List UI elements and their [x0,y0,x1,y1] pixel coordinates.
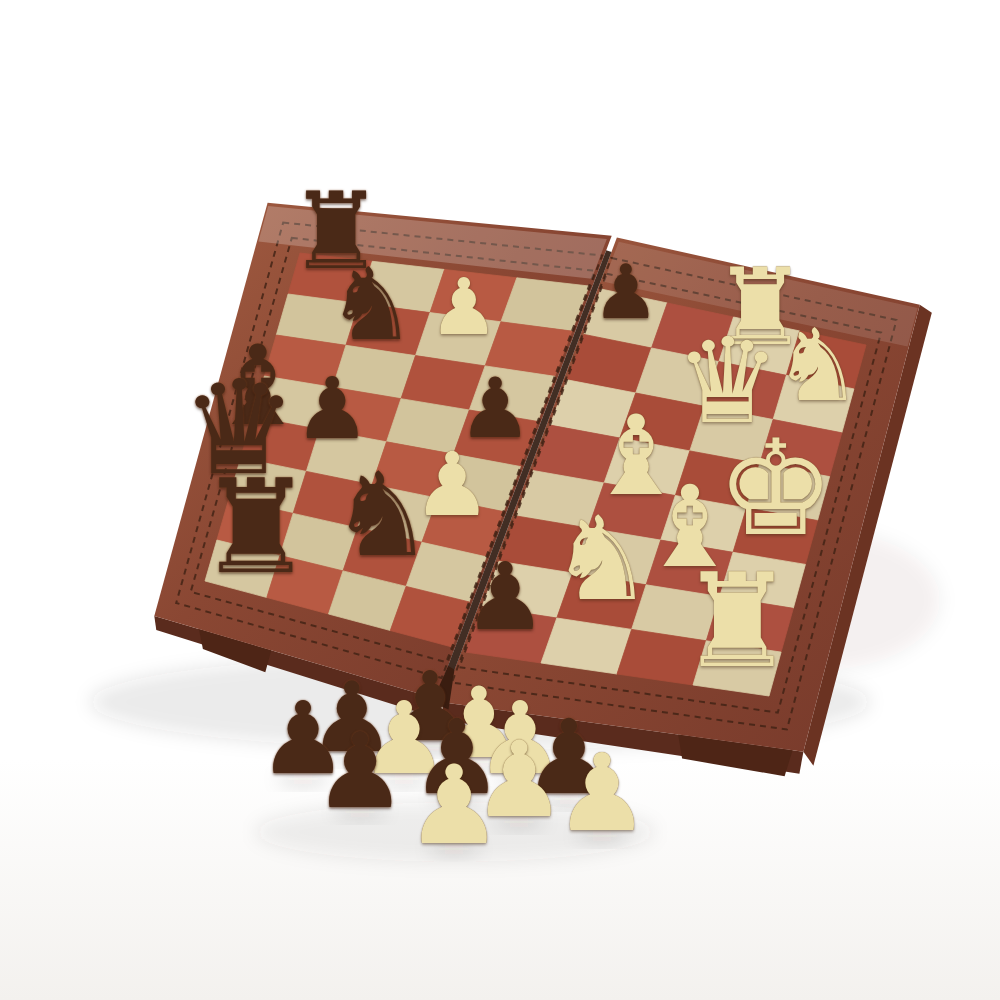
chess-board [0,0,1000,1000]
product-photo-scene: ♜♟♞♟♝♟♛♞♜♟♟♜♞♛♝♚♟♝♞♜♟♟♟♟♟♟♟♟♟♟♟♟ [0,0,1000,1000]
